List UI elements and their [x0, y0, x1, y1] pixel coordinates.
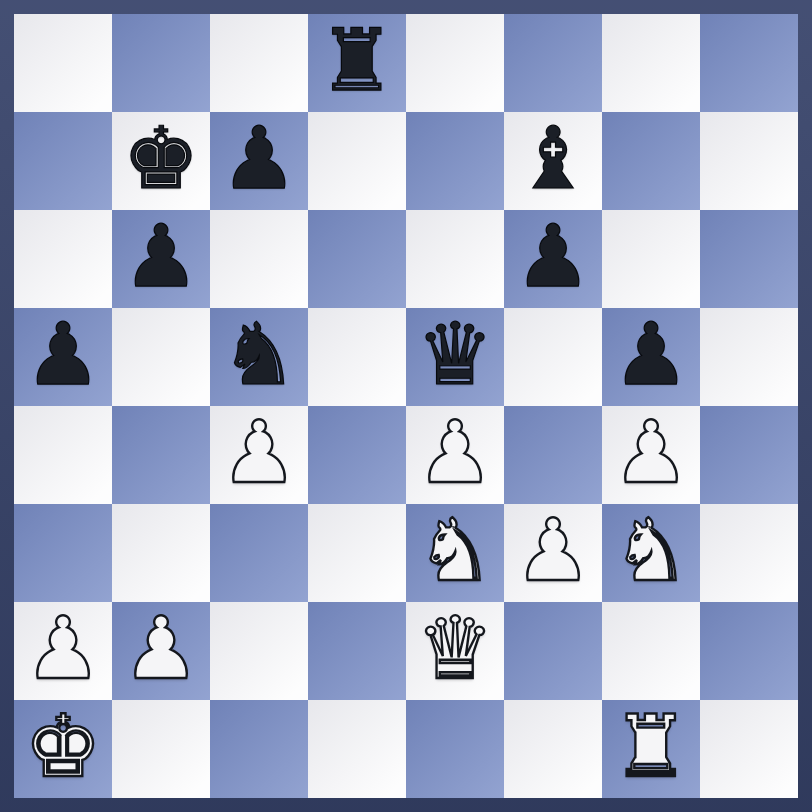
piece-black-queen[interactable]: ♛: [416, 308, 493, 403]
square-e5[interactable]: ♛: [406, 308, 504, 406]
square-f8[interactable]: [504, 14, 602, 112]
piece-black-pawn[interactable]: ♟: [220, 112, 297, 207]
piece-white-queen[interactable]: ♛: [416, 602, 493, 697]
square-b4[interactable]: [112, 406, 210, 504]
square-b6[interactable]: ♟: [112, 210, 210, 308]
square-a3[interactable]: [14, 504, 112, 602]
square-c5[interactable]: ♞: [210, 308, 308, 406]
board-frame: ♜♚♟♝♟♟♟♞♛♟♟♟♟♞♟♞♟♟♛♚♜: [0, 0, 812, 812]
square-h5[interactable]: [700, 308, 798, 406]
square-g8[interactable]: [602, 14, 700, 112]
square-c4[interactable]: ♟: [210, 406, 308, 504]
piece-white-pawn[interactable]: ♟: [24, 602, 101, 697]
square-b8[interactable]: [112, 14, 210, 112]
piece-white-knight[interactable]: ♞: [612, 504, 689, 599]
square-d3[interactable]: [308, 504, 406, 602]
square-a6[interactable]: [14, 210, 112, 308]
square-d7[interactable]: [308, 112, 406, 210]
square-d2[interactable]: [308, 602, 406, 700]
square-e7[interactable]: [406, 112, 504, 210]
square-a2[interactable]: ♟: [14, 602, 112, 700]
square-f1[interactable]: [504, 700, 602, 798]
square-d6[interactable]: [308, 210, 406, 308]
square-d4[interactable]: [308, 406, 406, 504]
square-c6[interactable]: [210, 210, 308, 308]
square-h3[interactable]: [700, 504, 798, 602]
square-c2[interactable]: [210, 602, 308, 700]
piece-white-pawn[interactable]: ♟: [220, 406, 297, 501]
square-d1[interactable]: [308, 700, 406, 798]
square-e1[interactable]: [406, 700, 504, 798]
square-f2[interactable]: [504, 602, 602, 700]
square-a7[interactable]: [14, 112, 112, 210]
square-f3[interactable]: ♟: [504, 504, 602, 602]
piece-white-pawn[interactable]: ♟: [122, 602, 199, 697]
square-a8[interactable]: [14, 14, 112, 112]
piece-black-pawn[interactable]: ♟: [122, 210, 199, 305]
square-c3[interactable]: [210, 504, 308, 602]
square-e8[interactable]: [406, 14, 504, 112]
square-f5[interactable]: [504, 308, 602, 406]
piece-black-rook[interactable]: ♜: [318, 14, 395, 109]
square-b3[interactable]: [112, 504, 210, 602]
square-f4[interactable]: [504, 406, 602, 504]
piece-white-pawn[interactable]: ♟: [612, 406, 689, 501]
piece-white-pawn[interactable]: ♟: [416, 406, 493, 501]
chess-board: ♜♚♟♝♟♟♟♞♛♟♟♟♟♞♟♞♟♟♛♚♜: [14, 14, 798, 798]
piece-white-knight[interactable]: ♞: [416, 504, 493, 599]
piece-black-knight[interactable]: ♞: [220, 308, 297, 403]
square-c8[interactable]: [210, 14, 308, 112]
square-b5[interactable]: [112, 308, 210, 406]
piece-white-king[interactable]: ♚: [24, 700, 101, 795]
piece-white-rook[interactable]: ♜: [612, 700, 689, 795]
square-a4[interactable]: [14, 406, 112, 504]
square-g2[interactable]: [602, 602, 700, 700]
square-g6[interactable]: [602, 210, 700, 308]
square-a5[interactable]: ♟: [14, 308, 112, 406]
square-h2[interactable]: [700, 602, 798, 700]
piece-black-pawn[interactable]: ♟: [612, 308, 689, 403]
square-e2[interactable]: ♛: [406, 602, 504, 700]
piece-black-bishop[interactable]: ♝: [514, 112, 591, 207]
square-g3[interactable]: ♞: [602, 504, 700, 602]
square-c7[interactable]: ♟: [210, 112, 308, 210]
square-d5[interactable]: [308, 308, 406, 406]
square-a1[interactable]: ♚: [14, 700, 112, 798]
square-e6[interactable]: [406, 210, 504, 308]
piece-black-king[interactable]: ♚: [122, 112, 199, 207]
square-h4[interactable]: [700, 406, 798, 504]
square-h8[interactable]: [700, 14, 798, 112]
piece-white-pawn[interactable]: ♟: [514, 504, 591, 599]
square-g7[interactable]: [602, 112, 700, 210]
square-h6[interactable]: [700, 210, 798, 308]
square-h7[interactable]: [700, 112, 798, 210]
square-b2[interactable]: ♟: [112, 602, 210, 700]
square-f6[interactable]: ♟: [504, 210, 602, 308]
square-b1[interactable]: [112, 700, 210, 798]
square-e3[interactable]: ♞: [406, 504, 504, 602]
square-g1[interactable]: ♜: [602, 700, 700, 798]
square-e4[interactable]: ♟: [406, 406, 504, 504]
square-c1[interactable]: [210, 700, 308, 798]
square-b7[interactable]: ♚: [112, 112, 210, 210]
square-d8[interactable]: ♜: [308, 14, 406, 112]
square-f7[interactable]: ♝: [504, 112, 602, 210]
piece-black-pawn[interactable]: ♟: [514, 210, 591, 305]
piece-black-pawn[interactable]: ♟: [24, 308, 101, 403]
square-h1[interactable]: [700, 700, 798, 798]
square-g5[interactable]: ♟: [602, 308, 700, 406]
square-g4[interactable]: ♟: [602, 406, 700, 504]
